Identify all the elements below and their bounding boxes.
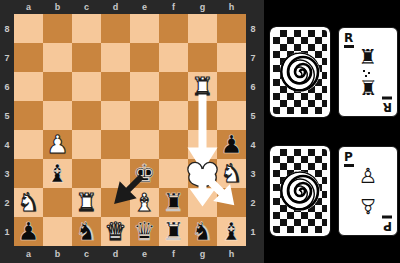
card-piece-icon: ♜ [359, 47, 378, 68]
square-g2[interactable] [188, 188, 217, 217]
square-e6[interactable] [130, 72, 159, 101]
square-c3[interactable] [72, 159, 101, 188]
coord-label-2: 2 [0, 188, 14, 217]
coord-label-b: b [43, 0, 72, 14]
square-a4[interactable] [14, 130, 43, 159]
coord-label-2: 2 [246, 188, 260, 217]
square-g4[interactable] [188, 130, 217, 159]
square-e2[interactable]: ♝ [130, 188, 159, 217]
square-d1[interactable]: ♛ [101, 217, 130, 246]
coord-label-4: 4 [0, 130, 14, 159]
square-g6[interactable]: ♜ [188, 72, 217, 101]
square-e7[interactable] [130, 43, 159, 72]
square-a5[interactable] [14, 101, 43, 130]
square-h1[interactable]: ♝ [217, 217, 246, 246]
square-d5[interactable] [101, 101, 130, 130]
card-rank-bottom: R [382, 97, 392, 113]
square-h5[interactable] [217, 101, 246, 130]
piece-bK-e3[interactable]: ♚ [130, 159, 159, 188]
square-f2[interactable]: ♜ [159, 188, 188, 217]
coord-label-5: 5 [0, 101, 14, 130]
square-e8[interactable] [130, 14, 159, 43]
spiral-icon [273, 30, 327, 114]
coord-label-f: f [159, 0, 188, 14]
piece-bB-h1[interactable]: ♝ [217, 217, 246, 246]
square-b4[interactable]: ♟ [43, 130, 72, 159]
square-d3[interactable] [101, 159, 130, 188]
square-b1[interactable] [43, 217, 72, 246]
square-h4[interactable]: ♟ [217, 130, 246, 159]
piece-bN-g1[interactable]: ♞ [188, 217, 217, 246]
card-pawn[interactable]: P♙♙P [338, 146, 398, 236]
coord-label-d: d [101, 247, 130, 261]
piece-bR-f2[interactable]: ♜ [159, 188, 188, 217]
card-piece-icon-flipped: ♜ [359, 76, 378, 97]
square-g5[interactable] [188, 101, 217, 130]
square-c6[interactable] [72, 72, 101, 101]
square-f1[interactable]: ♜ [159, 217, 188, 246]
piece-bQ-e1[interactable]: ♛ [130, 217, 159, 246]
card-rook[interactable]: R♜♜R [338, 27, 398, 117]
square-d2[interactable] [101, 188, 130, 217]
square-a6[interactable] [14, 72, 43, 101]
square-g3[interactable] [188, 159, 217, 188]
square-c1[interactable]: ♞ [72, 217, 101, 246]
card-piece-icon-flipped: ♙ [359, 195, 378, 216]
square-c2[interactable]: ♜ [72, 188, 101, 217]
coord-label-g: g [188, 0, 217, 14]
square-f6[interactable] [159, 72, 188, 101]
square-c5[interactable] [72, 101, 101, 130]
piece-wB-e2[interactable]: ♝ [130, 188, 159, 217]
coord-label-a: a [14, 0, 43, 14]
square-e5[interactable] [130, 101, 159, 130]
piece-wQ-d1[interactable]: ♛ [101, 217, 130, 246]
square-b2[interactable] [43, 188, 72, 217]
coord-label-7: 7 [0, 43, 14, 72]
coord-label-a: a [14, 247, 43, 261]
coord-label-b: b [43, 247, 72, 261]
square-d6[interactable] [101, 72, 130, 101]
coord-label-3: 3 [0, 159, 14, 188]
coord-label-e: e [130, 247, 159, 261]
square-e4[interactable] [130, 130, 159, 159]
file-labels-top: abcdefgh [14, 0, 246, 14]
card-rank-top: R [344, 32, 354, 48]
piece-bB-b3[interactable]: ♝ [43, 159, 72, 188]
piece-bP-h4[interactable]: ♟ [217, 130, 246, 159]
piece-wR-c2[interactable]: ♜ [72, 188, 101, 217]
square-e3[interactable]: ♚ [130, 159, 159, 188]
card-rank-bottom: P [382, 216, 392, 232]
coord-label-1: 1 [246, 217, 260, 246]
square-f7[interactable] [159, 43, 188, 72]
square-f5[interactable] [159, 101, 188, 130]
square-d7[interactable] [101, 43, 130, 72]
rank-labels-right: 87654321 [246, 14, 260, 246]
square-g7[interactable] [188, 43, 217, 72]
square-a7[interactable] [14, 43, 43, 72]
coord-label-g: g [188, 247, 217, 261]
square-h7[interactable] [217, 43, 246, 72]
square-c4[interactable] [72, 130, 101, 159]
chessboard: ♜♟♟♝♚♞♞♜♝♜♟♞♛♛♜♞♝ [14, 14, 246, 246]
card-rank-letter: P [344, 151, 354, 163]
square-c7[interactable] [72, 43, 101, 72]
coord-label-8: 8 [0, 14, 14, 43]
app-window: abcdefgh abcdefgh 87654321 87654321 ♜♟♟♝… [0, 0, 400, 263]
square-b7[interactable] [43, 43, 72, 72]
coord-label-h: h [217, 0, 246, 14]
coord-label-3: 3 [246, 159, 260, 188]
square-h2[interactable] [217, 188, 246, 217]
card-dots [363, 70, 365, 72]
square-b5[interactable] [43, 101, 72, 130]
coord-label-5: 5 [246, 101, 260, 130]
piece-wR-g6[interactable]: ♜ [188, 72, 217, 101]
spiral-icon [273, 149, 327, 233]
square-b3[interactable]: ♝ [43, 159, 72, 188]
rank-labels-left: 87654321 [0, 14, 14, 246]
square-h3[interactable]: ♞ [217, 159, 246, 188]
square-e1[interactable]: ♛ [130, 217, 159, 246]
square-a3[interactable] [14, 159, 43, 188]
coord-label-c: c [72, 247, 101, 261]
card-rank-top: P [344, 151, 354, 167]
board-panel: abcdefgh abcdefgh 87654321 87654321 ♜♟♟♝… [0, 0, 264, 263]
square-g1[interactable]: ♞ [188, 217, 217, 246]
piece-bR-f1[interactable]: ♜ [159, 217, 188, 246]
coord-label-e: e [130, 0, 159, 14]
coord-label-7: 7 [246, 43, 260, 72]
square-f8[interactable] [159, 14, 188, 43]
coord-label-h: h [217, 247, 246, 261]
square-b8[interactable] [43, 14, 72, 43]
coord-label-1: 1 [0, 217, 14, 246]
piece-bN-c1[interactable]: ♞ [72, 217, 101, 246]
piece-wP-b4[interactable]: ♟ [43, 130, 72, 159]
cards-panel: R♜♜RP♙♙P [264, 0, 400, 263]
piece-wN-h3[interactable]: ♞ [217, 159, 246, 188]
square-d8[interactable] [101, 14, 130, 43]
file-labels-bottom: abcdefgh [14, 247, 246, 261]
card-back-top[interactable] [270, 27, 330, 117]
piece-wN-a2[interactable]: ♞ [14, 188, 43, 217]
coord-label-f: f [159, 247, 188, 261]
square-c8[interactable] [72, 14, 101, 43]
card-back-bottom[interactable] [270, 146, 330, 236]
square-a8[interactable] [14, 14, 43, 43]
square-h8[interactable] [217, 14, 246, 43]
card-rank-letter: R [344, 32, 354, 44]
square-g8[interactable] [188, 14, 217, 43]
coord-label-d: d [101, 0, 130, 14]
square-f3[interactable] [159, 159, 188, 188]
square-h6[interactable] [217, 72, 246, 101]
coord-label-c: c [72, 0, 101, 14]
square-a1[interactable]: ♟ [14, 217, 43, 246]
coord-label-8: 8 [246, 14, 260, 43]
piece-bP-a1[interactable]: ♟ [14, 217, 43, 246]
coord-label-6: 6 [246, 72, 260, 101]
square-d4[interactable] [101, 130, 130, 159]
square-a2[interactable]: ♞ [14, 188, 43, 217]
square-f4[interactable] [159, 130, 188, 159]
card-piece-icon: ♙ [359, 166, 378, 187]
square-b6[interactable] [43, 72, 72, 101]
coord-label-6: 6 [0, 72, 14, 101]
coord-label-4: 4 [246, 130, 260, 159]
